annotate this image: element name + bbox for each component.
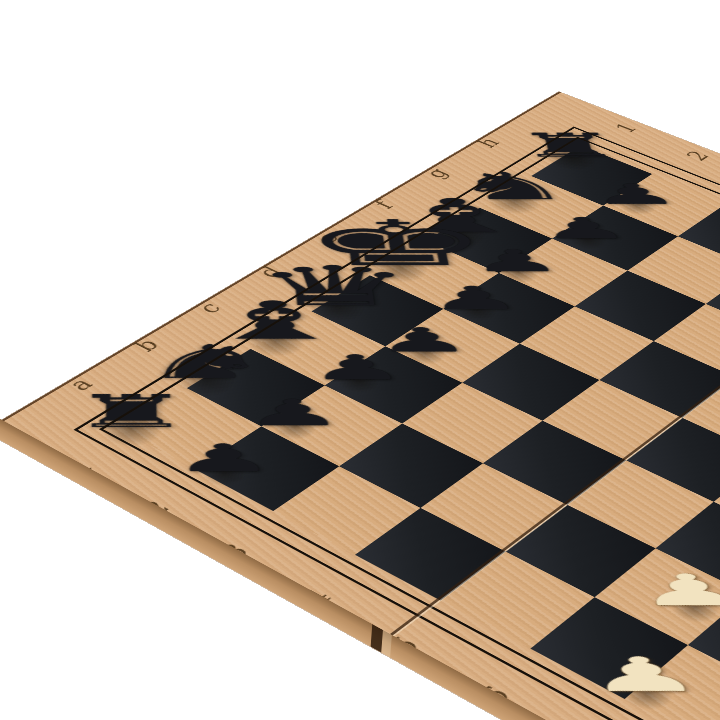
- black-knight-glyph: ♞: [140, 339, 274, 385]
- black-pawn-glyph: ♟: [586, 180, 683, 208]
- black-pawn-glyph: ♟: [467, 246, 565, 276]
- black-rook-glyph: ♜: [69, 389, 195, 434]
- black-pawn-glyph: ♟: [425, 282, 525, 314]
- chessboard-product-photo: 1122334455667788abcdefgh ♜♞♟♝♟♚♟♛♟♝♟♞♟♟♜…: [0, 0, 720, 720]
- rank-label-2-far: 2: [671, 143, 720, 169]
- black-rook-glyph: ♜: [511, 129, 627, 162]
- file-label-h: h: [462, 130, 514, 155]
- chess-board: 1122334455667788abcdefgh ♜♞♟♝♟♚♟♛♟♝♟♞♟♟♜…: [0, 92, 720, 720]
- black-pawn-glyph: ♟: [306, 350, 408, 384]
- black-pawn-glyph: ♟: [242, 395, 345, 431]
- black-pawn-glyph: ♟: [536, 214, 634, 243]
